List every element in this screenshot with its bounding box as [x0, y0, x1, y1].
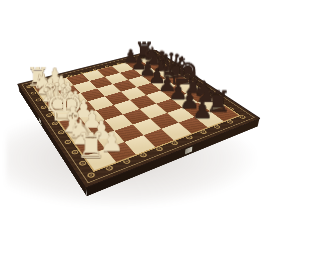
black-pawn[interactable]: ♟ [192, 99, 213, 121]
square-h8[interactable]: ♜ [210, 106, 239, 121]
hinge-icon [185, 146, 193, 155]
white-rook[interactable]: ♜ [76, 130, 107, 163]
